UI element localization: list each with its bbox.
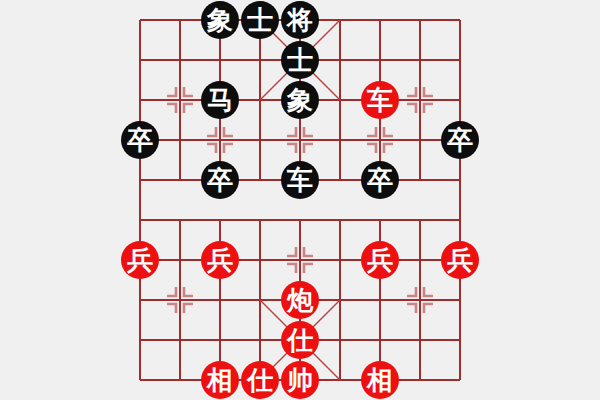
piece-black-elephant[interactable]: 象: [281, 81, 319, 119]
piece-red-pawn[interactable]: 兵: [201, 241, 239, 279]
piece-black-pawn[interactable]: 卒: [361, 161, 399, 199]
piece-black-general[interactable]: 将: [281, 1, 319, 39]
piece-red-pawn[interactable]: 兵: [361, 241, 399, 279]
piece-red-advisor[interactable]: 仕: [281, 321, 319, 359]
piece-red-chariot[interactable]: 车: [361, 81, 399, 119]
piece-black-advisor[interactable]: 士: [241, 1, 279, 39]
piece-black-elephant[interactable]: 象: [201, 1, 239, 39]
piece-black-pawn[interactable]: 卒: [441, 121, 479, 159]
piece-black-pawn[interactable]: 卒: [201, 161, 239, 199]
piece-grid: 象士将士马象车卒卒卒车卒兵兵兵兵炮仕相仕帅相: [120, 0, 480, 400]
piece-red-pawn[interactable]: 兵: [121, 241, 159, 279]
xiangqi-board: 象士将士马象车卒卒卒车卒兵兵兵兵炮仕相仕帅相: [0, 0, 600, 400]
piece-red-pawn[interactable]: 兵: [441, 241, 479, 279]
piece-black-pawn[interactable]: 卒: [121, 121, 159, 159]
piece-red-general[interactable]: 帅: [281, 361, 319, 399]
piece-red-advisor[interactable]: 仕: [241, 361, 279, 399]
piece-red-cannon[interactable]: 炮: [281, 281, 319, 319]
piece-black-chariot[interactable]: 车: [281, 161, 319, 199]
piece-red-elephant[interactable]: 相: [361, 361, 399, 399]
piece-red-elephant[interactable]: 相: [201, 361, 239, 399]
piece-black-advisor[interactable]: 士: [281, 41, 319, 79]
piece-black-horse[interactable]: 马: [201, 81, 239, 119]
